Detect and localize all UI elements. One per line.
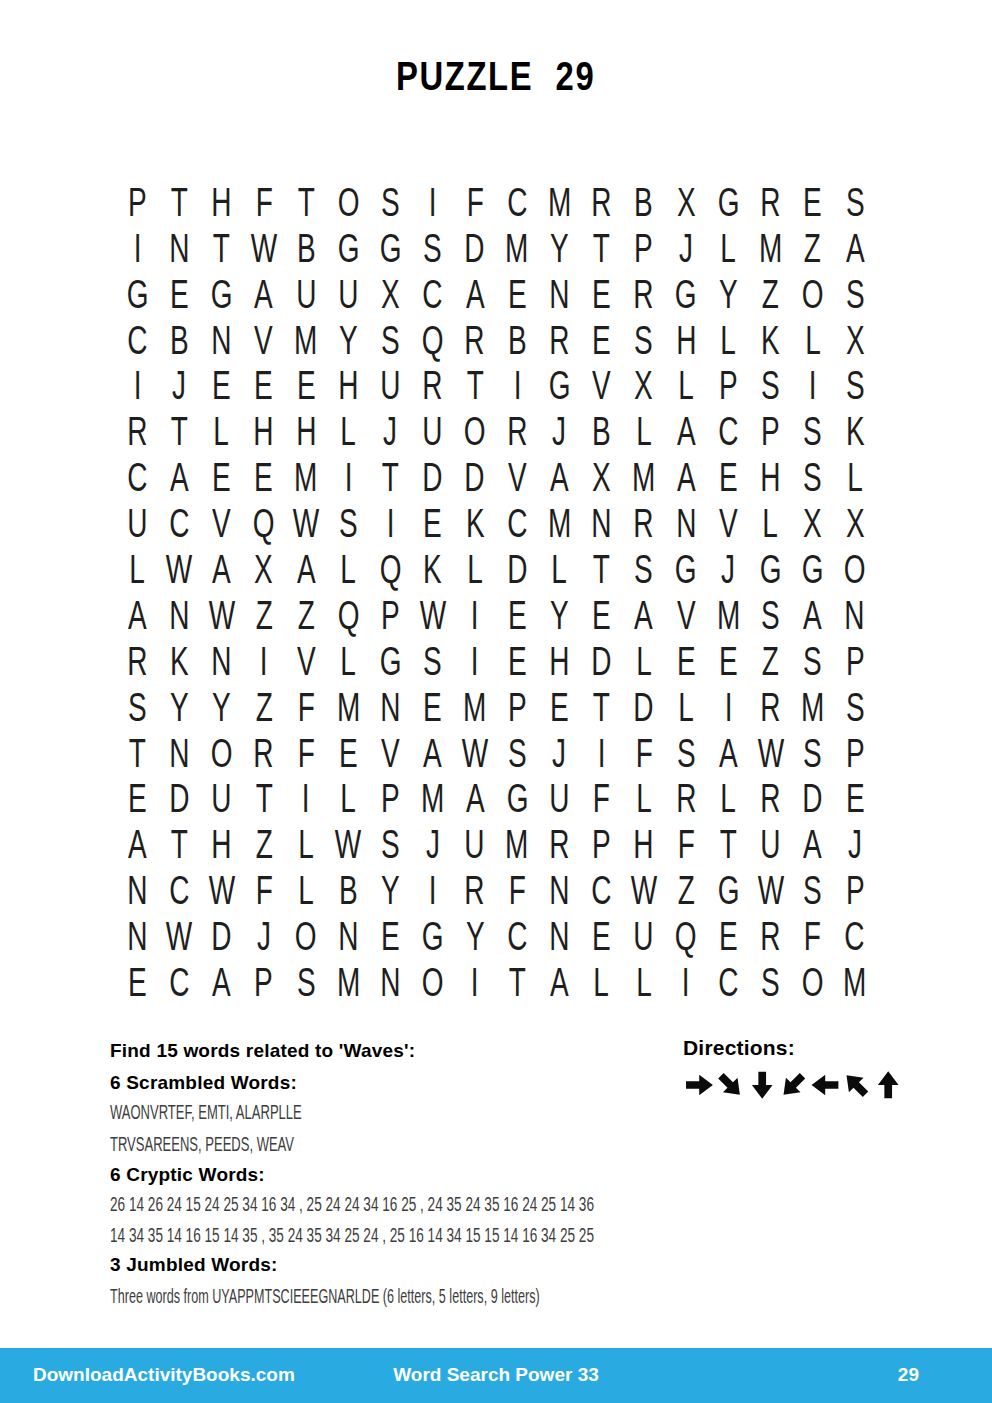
grid-cell: N: [538, 867, 580, 913]
grid-cell: S: [412, 638, 454, 684]
grid-cell: C: [496, 500, 538, 546]
grid-cell: N: [538, 271, 580, 317]
grid-cell: E: [327, 730, 369, 776]
grid-cell: C: [412, 271, 454, 317]
grid-cell: L: [327, 638, 369, 684]
grid-cell: L: [580, 959, 622, 1005]
grid-cell: C: [707, 408, 749, 454]
grid-cell: O: [412, 959, 454, 1005]
grid-cell: M: [285, 454, 327, 500]
grid-cell: L: [285, 821, 327, 867]
grid-cell: I: [580, 730, 622, 776]
grid-cell: W: [285, 500, 327, 546]
grid-cell: Q: [665, 913, 707, 959]
grid-cell: E: [243, 454, 285, 500]
grid-cell: M: [412, 776, 454, 822]
grid-cell: Z: [749, 271, 791, 317]
scrambled-words-line-2: TRVSAREENS, PEEDS, WEAV: [110, 1132, 407, 1156]
grid-cell: I: [327, 454, 369, 500]
grid-cell: D: [454, 225, 496, 271]
grid-cell: E: [412, 500, 454, 546]
grid-cell: S: [116, 684, 158, 730]
grid-cell: H: [538, 638, 580, 684]
grid-cell: J: [834, 821, 876, 867]
grid-cell: R: [623, 271, 665, 317]
grid-cell: S: [792, 638, 834, 684]
grid-cell: E: [496, 638, 538, 684]
arrow-down-right-icon: [714, 1067, 746, 1103]
grid-cell: W: [749, 867, 791, 913]
grid-cell: A: [116, 821, 158, 867]
footer-bar: DownloadActivityBooks.com Word Search Po…: [0, 1348, 992, 1403]
grid-cell: H: [200, 179, 242, 225]
grid-cell: T: [158, 408, 200, 454]
grid-cell: I: [454, 592, 496, 638]
grid-cell: N: [834, 592, 876, 638]
grid-cell: O: [834, 546, 876, 592]
grid-cell: S: [749, 363, 791, 409]
grid-cell: A: [285, 546, 327, 592]
grid-cell: V: [707, 500, 749, 546]
grid-cell: B: [496, 317, 538, 363]
grid-cell: J: [665, 225, 707, 271]
arrow-right-icon: [683, 1067, 715, 1103]
grid-cell: E: [285, 363, 327, 409]
grid-cell: M: [749, 225, 791, 271]
grid-cell: C: [116, 454, 158, 500]
grid-cell: E: [243, 363, 285, 409]
grid-cell: O: [200, 730, 242, 776]
grid-cell: O: [792, 271, 834, 317]
grid-cell: S: [834, 271, 876, 317]
grid-cell: T: [580, 546, 622, 592]
grid-cell: G: [369, 638, 411, 684]
arrow-left-icon: [809, 1067, 841, 1103]
grid-cell: L: [665, 684, 707, 730]
grid-cell: R: [538, 317, 580, 363]
grid-cell: P: [834, 730, 876, 776]
grid-cell: N: [580, 500, 622, 546]
grid-cell: G: [538, 363, 580, 409]
grid-cell: G: [665, 546, 707, 592]
grid-cell: X: [834, 500, 876, 546]
grid-cell: P: [369, 592, 411, 638]
grid-cell: K: [749, 317, 791, 363]
grid-cell: P: [749, 408, 791, 454]
grid-cell: A: [834, 225, 876, 271]
arrow-up-left-icon: [840, 1067, 872, 1103]
grid-cell: A: [200, 546, 242, 592]
grid-cell: D: [623, 684, 665, 730]
grid-cell: N: [158, 730, 200, 776]
grid-cell: S: [623, 546, 665, 592]
grid-cell: D: [200, 913, 242, 959]
grid-cell: R: [412, 363, 454, 409]
grid-cell: H: [285, 408, 327, 454]
grid-cell: P: [707, 363, 749, 409]
grid-cell: W: [200, 867, 242, 913]
grid-cell: W: [623, 867, 665, 913]
grid-cell: T: [496, 959, 538, 1005]
grid-cell: L: [623, 959, 665, 1005]
grid-cell: S: [792, 867, 834, 913]
grid-cell: M: [496, 821, 538, 867]
grid-cell: L: [327, 776, 369, 822]
grid-cell: M: [538, 179, 580, 225]
grid-cell: V: [200, 500, 242, 546]
grid-cell: F: [580, 776, 622, 822]
grid-cell: T: [158, 821, 200, 867]
grid-cell: M: [792, 684, 834, 730]
grid-cell: E: [200, 363, 242, 409]
grid-cell: G: [707, 867, 749, 913]
grid-cell: Y: [158, 684, 200, 730]
grid-cell: I: [792, 363, 834, 409]
grid-cell: C: [116, 317, 158, 363]
page-title: PUZZLE 29: [0, 56, 992, 96]
grid-cell: G: [792, 546, 834, 592]
grid-cell: S: [834, 363, 876, 409]
grid-cell: T: [580, 225, 622, 271]
grid-cell: W: [200, 592, 242, 638]
grid-cell: I: [454, 638, 496, 684]
grid-cell: P: [116, 179, 158, 225]
grid-cell: D: [454, 454, 496, 500]
grid-cell: E: [580, 317, 622, 363]
grid-cell: V: [285, 638, 327, 684]
grid-cell: T: [116, 730, 158, 776]
grid-cell: L: [707, 317, 749, 363]
grid-cell: J: [369, 408, 411, 454]
grid-cell: M: [496, 225, 538, 271]
grid-cell: U: [538, 776, 580, 822]
grid-cell: B: [158, 317, 200, 363]
grid-cell: A: [665, 454, 707, 500]
grid-cell: F: [454, 179, 496, 225]
grid-cell: H: [623, 821, 665, 867]
grid-cell: Z: [792, 225, 834, 271]
grid-cell: D: [496, 546, 538, 592]
grid-cell: M: [454, 684, 496, 730]
grid-cell: K: [454, 500, 496, 546]
grid-cell: L: [327, 546, 369, 592]
grid-cell: W: [158, 546, 200, 592]
grid-cell: W: [158, 913, 200, 959]
cryptic-numbers-line-1: 26 14 26 24 15 24 25 34 16 34 , 25 24 24…: [110, 1193, 822, 1216]
grid-cell: O: [327, 179, 369, 225]
arrow-down-left-icon: [777, 1067, 809, 1103]
grid-cell: M: [538, 500, 580, 546]
grid-cell: G: [369, 225, 411, 271]
grid-cell: E: [580, 271, 622, 317]
grid-cell: X: [834, 317, 876, 363]
grid-cell: C: [580, 867, 622, 913]
grid-cell: E: [496, 592, 538, 638]
grid-cell: Q: [243, 500, 285, 546]
grid-cell: V: [243, 317, 285, 363]
grid-cell: I: [369, 500, 411, 546]
grid-cell: L: [665, 363, 707, 409]
grid-cell: Q: [412, 317, 454, 363]
grid-cell: E: [412, 684, 454, 730]
grid-cell: H: [243, 408, 285, 454]
grid-cell: R: [454, 867, 496, 913]
grid-cell: F: [496, 867, 538, 913]
grid-cell: R: [665, 776, 707, 822]
grid-cell: H: [665, 317, 707, 363]
grid-cell: J: [538, 408, 580, 454]
grid-cell: X: [623, 363, 665, 409]
grid-cell: E: [707, 638, 749, 684]
grid-cell: R: [749, 776, 791, 822]
grid-cell: D: [792, 776, 834, 822]
grid-cell: B: [285, 225, 327, 271]
find-heading: Find 15 words related to 'Waves':: [110, 1040, 415, 1062]
grid-cell: F: [243, 179, 285, 225]
grid-cell: Y: [707, 271, 749, 317]
grid-cell: X: [369, 271, 411, 317]
grid-cell: X: [792, 500, 834, 546]
grid-cell: E: [707, 913, 749, 959]
grid-cell: F: [665, 821, 707, 867]
grid-cell: U: [327, 271, 369, 317]
grid-cell: L: [749, 500, 791, 546]
grid-cell: S: [496, 730, 538, 776]
grid-cell: S: [792, 730, 834, 776]
jumbled-heading: 3 Jumbled Words:: [110, 1254, 278, 1276]
grid-cell: U: [749, 821, 791, 867]
grid-cell: R: [454, 317, 496, 363]
grid-cell: G: [412, 913, 454, 959]
grid-cell: O: [454, 408, 496, 454]
grid-cell: S: [369, 821, 411, 867]
grid-cell: Z: [243, 592, 285, 638]
grid-cell: W: [412, 592, 454, 638]
grid-cell: C: [158, 500, 200, 546]
grid-cell: F: [792, 913, 834, 959]
grid-cell: H: [200, 821, 242, 867]
grid-cell: P: [243, 959, 285, 1005]
grid-cell: S: [834, 684, 876, 730]
grid-cell: W: [243, 225, 285, 271]
grid-cell: M: [285, 317, 327, 363]
grid-cell: Y: [369, 867, 411, 913]
grid-cell: M: [327, 959, 369, 1005]
grid-cell: E: [200, 454, 242, 500]
grid-cell: N: [665, 500, 707, 546]
grid-cell: M: [834, 959, 876, 1005]
grid-cell: L: [454, 546, 496, 592]
grid-cell: N: [200, 317, 242, 363]
grid-cell: S: [749, 592, 791, 638]
grid-cell: R: [243, 730, 285, 776]
footer-book-title: Word Search Power 33: [0, 1348, 992, 1401]
grid-cell: E: [792, 179, 834, 225]
grid-cell: N: [369, 684, 411, 730]
scrambled-words-line-1: WAONVRTEF, EMTI, ALARPLLE: [110, 1100, 419, 1124]
grid-cell: A: [623, 592, 665, 638]
grid-cell: E: [116, 776, 158, 822]
grid-cell: B: [327, 867, 369, 913]
grid-cell: E: [834, 776, 876, 822]
grid-cell: R: [749, 913, 791, 959]
grid-cell: A: [707, 730, 749, 776]
grid-cell: A: [243, 271, 285, 317]
grid-cell: Y: [454, 913, 496, 959]
grid-cell: A: [538, 454, 580, 500]
grid-cell: A: [116, 592, 158, 638]
directions-arrows: [683, 1067, 903, 1103]
grid-cell: S: [327, 500, 369, 546]
grid-cell: C: [707, 959, 749, 1005]
grid-cell: W: [454, 730, 496, 776]
grid-cell: U: [285, 271, 327, 317]
grid-cell: J: [243, 913, 285, 959]
grid-cell: T: [158, 179, 200, 225]
grid-cell: X: [665, 179, 707, 225]
grid-cell: D: [580, 638, 622, 684]
grid-cell: T: [454, 363, 496, 409]
grid-cell: S: [412, 225, 454, 271]
grid-cell: X: [580, 454, 622, 500]
grid-cell: A: [158, 454, 200, 500]
grid-cell: R: [116, 638, 158, 684]
grid-cell: Y: [538, 592, 580, 638]
grid-cell: S: [285, 959, 327, 1005]
grid-cell: S: [792, 408, 834, 454]
grid-cell: L: [200, 408, 242, 454]
clues-section: Find 15 words related to 'Waves': 6 Scra…: [110, 1036, 680, 1316]
grid-cell: J: [158, 363, 200, 409]
footer-page-number: 29: [898, 1348, 919, 1401]
grid-cell: O: [285, 913, 327, 959]
grid-cell: I: [243, 638, 285, 684]
grid-cell: I: [454, 959, 496, 1005]
grid-cell: M: [707, 592, 749, 638]
grid-cell: I: [412, 867, 454, 913]
grid-cell: U: [200, 776, 242, 822]
grid-cell: N: [327, 913, 369, 959]
grid-cell: E: [116, 959, 158, 1005]
grid-cell: S: [623, 317, 665, 363]
grid-cell: R: [623, 500, 665, 546]
word-search-grid: PTHFTOSIFCMRBXGRESINTWBGGSDMYTPJLMZAGEGA…: [116, 179, 876, 1005]
grid-cell: T: [243, 776, 285, 822]
grid-cell: K: [412, 546, 454, 592]
grid-cell: N: [158, 225, 200, 271]
cryptic-numbers-line-2: 14 34 35 14 16 15 14 35 , 35 24 35 34 25…: [110, 1224, 822, 1247]
grid-cell: T: [580, 684, 622, 730]
grid-cell: V: [580, 363, 622, 409]
grid-cell: N: [116, 913, 158, 959]
grid-cell: A: [792, 592, 834, 638]
grid-cell: A: [454, 271, 496, 317]
directions-section: Directions:: [683, 1036, 903, 1103]
grid-cell: Z: [243, 821, 285, 867]
grid-cell: S: [665, 730, 707, 776]
grid-cell: A: [454, 776, 496, 822]
grid-cell: J: [412, 821, 454, 867]
grid-cell: S: [369, 179, 411, 225]
grid-cell: M: [327, 684, 369, 730]
grid-cell: D: [412, 454, 454, 500]
grid-cell: E: [580, 913, 622, 959]
grid-cell: R: [116, 408, 158, 454]
grid-cell: N: [200, 638, 242, 684]
grid-cell: E: [496, 271, 538, 317]
grid-cell: P: [369, 776, 411, 822]
grid-cell: U: [369, 363, 411, 409]
grid-cell: E: [707, 454, 749, 500]
grid-cell: S: [749, 959, 791, 1005]
grid-cell: P: [834, 867, 876, 913]
grid-cell: R: [496, 408, 538, 454]
grid-cell: L: [623, 638, 665, 684]
grid-cell: R: [749, 179, 791, 225]
grid-cell: R: [580, 179, 622, 225]
grid-cell: C: [834, 913, 876, 959]
grid-cell: X: [243, 546, 285, 592]
grid-cell: R: [749, 684, 791, 730]
grid-cell: I: [116, 225, 158, 271]
grid-cell: L: [623, 776, 665, 822]
grid-cell: M: [623, 454, 665, 500]
grid-cell: A: [665, 408, 707, 454]
grid-cell: K: [834, 408, 876, 454]
grid-cell: F: [243, 867, 285, 913]
grid-cell: I: [707, 684, 749, 730]
grid-cell: L: [285, 867, 327, 913]
grid-cell: C: [496, 179, 538, 225]
grid-cell: Z: [749, 638, 791, 684]
grid-cell: G: [116, 271, 158, 317]
grid-cell: C: [496, 913, 538, 959]
grid-cell: W: [327, 821, 369, 867]
grid-cell: I: [496, 363, 538, 409]
grid-cell: E: [580, 592, 622, 638]
grid-cell: G: [665, 271, 707, 317]
grid-cell: R: [538, 821, 580, 867]
grid-cell: A: [200, 959, 242, 1005]
grid-cell: L: [538, 546, 580, 592]
grid-cell: C: [158, 959, 200, 1005]
grid-cell: L: [707, 225, 749, 271]
grid-cell: E: [665, 638, 707, 684]
grid-cell: U: [623, 913, 665, 959]
puzzle-page: PUZZLE 29 PTHFTOSIFCMRBXGRESINTWBGGSDMYT…: [0, 0, 992, 1403]
grid-cell: N: [158, 592, 200, 638]
grid-cell: A: [792, 821, 834, 867]
grid-cell: W: [749, 730, 791, 776]
jumbled-words-line: Three words from UYAPPMTSCIEEEGNARLDE (6…: [110, 1284, 826, 1308]
grid-cell: P: [623, 225, 665, 271]
grid-cell: G: [496, 776, 538, 822]
grid-cell: V: [496, 454, 538, 500]
grid-cell: E: [538, 684, 580, 730]
grid-cell: T: [369, 454, 411, 500]
grid-cell: I: [665, 959, 707, 1005]
grid-cell: U: [454, 821, 496, 867]
grid-cell: L: [707, 776, 749, 822]
grid-cell: Y: [538, 225, 580, 271]
grid-cell: N: [538, 913, 580, 959]
grid-cell: T: [707, 821, 749, 867]
grid-cell: A: [538, 959, 580, 1005]
grid-cell: T: [285, 179, 327, 225]
grid-cell: K: [158, 638, 200, 684]
grid-cell: J: [707, 546, 749, 592]
grid-cell: S: [792, 454, 834, 500]
